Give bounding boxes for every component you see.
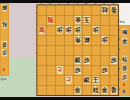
square-2-5[interactable] (100, 45, 109, 55)
square-6-3[interactable]: 歩 (64, 25, 73, 35)
square-7-7[interactable]: と (55, 65, 64, 75)
piece-sente-pawn-5-7[interactable]: 歩 (74, 66, 82, 75)
square-5-8[interactable] (73, 75, 82, 85)
piece-sente-pawn-2-7[interactable]: 歩 (101, 66, 109, 75)
square-6-6[interactable] (64, 55, 73, 65)
square-3-8[interactable]: 王 (91, 75, 100, 85)
square-9-8[interactable] (37, 75, 46, 85)
square-9-6[interactable] (37, 55, 46, 65)
square-7-1[interactable] (55, 5, 64, 15)
square-8-8[interactable] (46, 75, 55, 85)
hand-gote-pawn-count: 3 (2, 68, 5, 73)
square-1-4[interactable] (109, 35, 118, 45)
square-4-4[interactable]: 銀 (82, 35, 91, 45)
square-7-5[interactable] (55, 45, 64, 55)
square-8-9[interactable] (46, 85, 55, 95)
square-3-6[interactable] (91, 55, 100, 65)
square-7-4[interactable] (55, 35, 64, 45)
square-9-4[interactable] (37, 35, 46, 45)
piece-sente-knight-3-9[interactable]: 桂 (92, 86, 100, 95)
square-4-9[interactable] (82, 85, 91, 95)
square-5-9[interactable]: 金 (73, 85, 82, 95)
square-6-9[interactable] (64, 85, 73, 95)
square-4-2[interactable]: 玉 (82, 15, 91, 25)
square-2-1[interactable]: 桂 (100, 5, 109, 15)
square-5-7[interactable]: 歩 (73, 65, 82, 75)
square-3-1[interactable] (91, 5, 100, 15)
piece-gote-tokin-6-8[interactable]: と (65, 76, 73, 85)
shogi-viewer-window: 先手 後手 ▲ 987654321 一二三四五六七八九 桂香龍金玉馬歩歩歩歩角銀… (0, 0, 130, 100)
square-4-7[interactable] (82, 65, 91, 75)
square-3-3[interactable]: 歩 (91, 25, 100, 35)
square-6-7[interactable] (64, 65, 73, 75)
square-8-4[interactable] (46, 35, 55, 45)
piece-sente-pawn-1-6[interactable]: 歩 (110, 56, 118, 65)
square-2-3[interactable] (100, 25, 109, 35)
square-1-3[interactable] (109, 25, 118, 35)
square-1-1[interactable]: 香 (109, 5, 118, 15)
piece-sente-king-3-8[interactable]: 王 (92, 76, 100, 85)
square-2-9[interactable]: 金 (100, 85, 109, 95)
square-2-8[interactable] (100, 75, 109, 85)
square-9-1[interactable] (37, 5, 46, 15)
square-5-2[interactable]: 金 (73, 15, 82, 25)
piece-gote-pawn-2-4[interactable]: 歩 (101, 36, 109, 45)
square-2-2[interactable] (100, 15, 109, 25)
square-7-3[interactable]: 歩 (55, 25, 64, 35)
piece-gote-pawn-7-3[interactable]: 歩 (56, 26, 64, 35)
piece-gote-king-4-2[interactable]: 玉 (83, 16, 91, 25)
square-1-9[interactable]: 香 (109, 85, 118, 95)
square-4-1[interactable] (82, 5, 91, 15)
square-7-2[interactable] (55, 15, 64, 25)
square-3-2[interactable] (91, 15, 100, 25)
square-5-4[interactable]: 角 (73, 35, 82, 45)
square-9-3[interactable]: 馬 (37, 25, 46, 35)
piece-sente-dragon-8-2[interactable]: 龍 (47, 16, 55, 25)
piece-gote-lance-1-1[interactable]: 香 (110, 6, 118, 15)
square-9-7[interactable] (37, 65, 46, 75)
square-1-6[interactable]: 歩 (109, 55, 118, 65)
square-5-1[interactable] (73, 5, 82, 15)
sente-turn-marker-icon: ▲ (122, 88, 125, 93)
square-2-7[interactable]: 歩 (100, 65, 109, 75)
piece-gote-tokin-7-7[interactable]: と (56, 66, 64, 75)
square-8-7[interactable] (46, 65, 55, 75)
piece-gote-silver-4-4[interactable]: 銀 (83, 36, 91, 45)
square-3-5[interactable] (91, 45, 100, 55)
square-6-2[interactable] (64, 15, 73, 25)
square-7-9[interactable] (55, 85, 64, 95)
piece-gote-gold-5-2[interactable]: 金 (74, 16, 82, 25)
square-1-7[interactable] (109, 65, 118, 75)
square-4-6[interactable]: 歩 (82, 55, 91, 65)
piece-sente-gold-5-9[interactable]: 金 (74, 86, 82, 95)
piece-gote-pawn-3-3[interactable]: 歩 (92, 26, 100, 35)
square-6-4[interactable] (64, 35, 73, 45)
square-8-1[interactable] (46, 5, 55, 15)
square-3-4[interactable] (91, 35, 100, 45)
square-2-4[interactable]: 歩 (100, 35, 109, 45)
shogi-board: 桂香龍金玉馬歩歩歩歩角銀歩銀歩歩と歩歩と銀王金桂金香 (37, 5, 120, 97)
gote-label: 後手 (1, 77, 7, 81)
square-4-3[interactable] (82, 25, 91, 35)
piece-sente-horse-9-3[interactable]: 馬 (38, 26, 46, 35)
square-9-2[interactable] (37, 15, 46, 25)
board-grid: 桂香龍金玉馬歩歩歩歩角銀歩銀歩歩と歩歩と銀王金桂金香 (37, 5, 118, 95)
square-6-8[interactable]: と (64, 75, 73, 85)
square-5-6[interactable]: 銀 (73, 55, 82, 65)
square-9-5[interactable] (37, 45, 46, 55)
square-2-6[interactable] (100, 55, 109, 65)
square-6-5[interactable] (64, 45, 73, 55)
piece-sente-lance-1-9[interactable]: 香 (110, 86, 118, 95)
square-7-6[interactable] (55, 55, 64, 65)
piece-gote-pawn-5-3[interactable]: 歩 (74, 26, 82, 35)
square-8-3[interactable] (46, 25, 55, 35)
hand-sente-pawn-count: 4 (123, 82, 126, 87)
square-3-7[interactable] (91, 65, 100, 75)
piece-gote-knight-2-1[interactable]: 桂 (101, 6, 109, 15)
square-1-5[interactable] (109, 45, 118, 55)
piece-sente-pawn-4-6[interactable]: 歩 (83, 56, 91, 65)
square-4-8[interactable]: 銀 (82, 75, 91, 85)
piece-sente-gold-2-9[interactable]: 金 (101, 86, 109, 95)
piece-gote-pawn-6-3[interactable]: 歩 (65, 26, 73, 35)
letterbox-bottom (0, 97, 130, 100)
gote-komadai (0, 3, 9, 76)
square-5-3[interactable]: 歩 (73, 25, 82, 35)
square-1-8[interactable] (109, 75, 118, 85)
square-8-6[interactable] (46, 55, 55, 65)
square-8-5[interactable] (46, 45, 55, 55)
square-5-5[interactable] (73, 45, 82, 55)
piece-sente-silver-4-8[interactable]: 銀 (83, 76, 91, 85)
piece-gote-bishop-5-4[interactable]: 角 (74, 36, 82, 45)
square-3-9[interactable]: 桂 (91, 85, 100, 95)
square-7-8[interactable] (55, 75, 64, 85)
square-6-1[interactable] (64, 5, 73, 15)
square-9-9[interactable] (37, 85, 46, 95)
square-8-2[interactable]: 龍 (46, 15, 55, 25)
piece-sente-silver-5-6[interactable]: 銀 (74, 56, 82, 65)
square-4-5[interactable] (82, 45, 91, 55)
square-1-2[interactable] (109, 15, 118, 25)
